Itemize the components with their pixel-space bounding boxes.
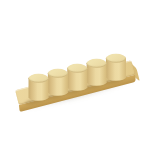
cylinder-top xyxy=(29,74,49,83)
cylinder-piece[interactable] xyxy=(106,54,126,81)
cylinder-top xyxy=(48,69,68,78)
cylinder-top xyxy=(87,59,107,68)
piece-slots xyxy=(17,32,126,104)
cylinder-top xyxy=(67,64,87,73)
cylinder-top xyxy=(106,54,126,63)
product-photo-scene xyxy=(0,0,150,150)
cylinder-piece[interactable] xyxy=(29,74,49,101)
tray-group xyxy=(15,60,137,111)
cylinder-piece[interactable] xyxy=(87,59,107,86)
cylinder-piece[interactable] xyxy=(67,64,87,91)
cylinder-piece[interactable] xyxy=(48,69,68,96)
